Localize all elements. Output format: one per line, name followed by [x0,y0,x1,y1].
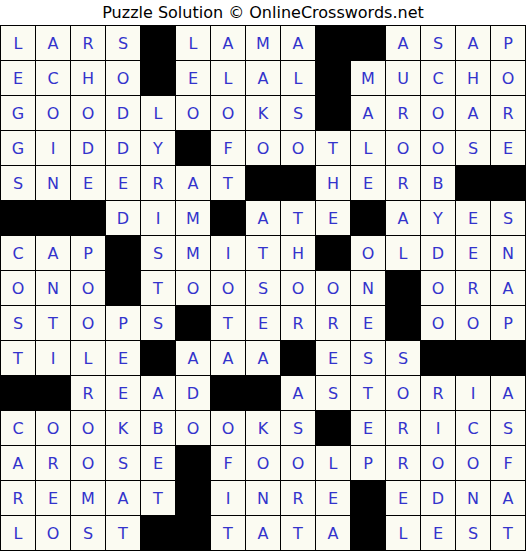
letter-cell: H [71,61,106,96]
letter-cell: R [36,446,71,481]
black-cell [141,516,176,551]
letter-cell: R [71,376,106,411]
letter-cell: F [491,446,526,481]
letter-cell: R [421,376,456,411]
letter-cell: R [456,271,491,306]
black-cell [316,236,351,271]
black-cell [176,516,211,551]
letter-cell: E [351,411,386,446]
letter-cell: L [71,341,106,376]
letter-cell: E [456,201,491,236]
letter-cell: L [316,446,351,481]
black-cell [351,481,386,516]
letter-cell: T [246,236,281,271]
letter-cell: O [456,446,491,481]
letter-cell: O [246,446,281,481]
letter-cell: O [36,516,71,551]
letter-cell: B [421,166,456,201]
letter-cell: D [421,481,456,516]
letter-cell: A [1,446,36,481]
letter-cell: M [246,26,281,61]
letter-cell: R [71,26,106,61]
letter-cell: F [211,131,246,166]
letter-cell: S [281,96,316,131]
letter-cell: A [281,376,316,411]
letter-cell: O [211,96,246,131]
letter-cell: A [176,341,211,376]
letter-cell: A [386,26,421,61]
letter-cell: S [281,411,316,446]
black-cell [36,201,71,236]
letter-cell: O [281,271,316,306]
letter-cell: P [71,236,106,271]
letter-cell: T [281,516,316,551]
letter-cell: O [36,411,71,446]
letter-cell: O [386,131,421,166]
letter-cell: L [141,96,176,131]
letter-cell: I [36,131,71,166]
letter-cell: S [106,446,141,481]
letter-cell: A [491,376,526,411]
letter-cell: T [491,516,526,551]
letter-cell: E [351,166,386,201]
letter-cell: A [246,516,281,551]
letter-cell: O [421,446,456,481]
letter-cell: E [316,341,351,376]
letter-cell: Y [141,131,176,166]
letter-cell: R [281,306,316,341]
letter-cell: S [106,26,141,61]
letter-cell: N [351,271,386,306]
letter-cell: N [36,271,71,306]
letter-cell: E [456,236,491,271]
letter-cell: Y [421,201,456,236]
black-cell [351,516,386,551]
black-cell [176,306,211,341]
black-cell [281,341,316,376]
letter-cell: A [106,481,141,516]
letter-cell: C [1,236,36,271]
page-title: Puzzle Solution © OnlineCrosswords.net [0,0,526,25]
letter-cell: E [316,481,351,516]
letter-cell: F [211,446,246,481]
letter-cell: O [421,96,456,131]
letter-cell: T [106,516,141,551]
letter-cell: O [71,271,106,306]
letter-cell: O [176,271,211,306]
letter-cell: E [106,376,141,411]
letter-cell: N [491,236,526,271]
letter-cell: E [106,166,141,201]
black-cell [351,201,386,236]
letter-cell: T [351,376,386,411]
letter-cell: P [491,26,526,61]
letter-cell: L [176,26,211,61]
letter-cell: R [316,306,351,341]
letter-cell: L [386,236,421,271]
letter-cell: D [421,236,456,271]
letter-cell: E [71,166,106,201]
letter-cell: L [1,516,36,551]
black-cell [386,306,421,341]
black-cell [386,271,421,306]
letter-cell: O [421,306,456,341]
letter-cell: A [36,236,71,271]
letter-cell: T [1,341,36,376]
letter-cell: R [386,96,421,131]
black-cell [246,376,281,411]
letter-cell: I [36,341,71,376]
letter-cell: O [71,446,106,481]
letter-cell: O [281,446,316,481]
letter-cell: S [421,26,456,61]
puzzle-solution-page: Puzzle Solution © OnlineCrosswords.net L… [0,0,526,551]
black-cell [281,166,316,201]
letter-cell: H [456,61,491,96]
letter-cell: T [211,306,246,341]
letter-cell: T [141,271,176,306]
letter-cell: D [106,96,141,131]
letter-cell: R [386,446,421,481]
letter-cell: S [141,306,176,341]
letter-cell: A [211,341,246,376]
black-cell [211,376,246,411]
letter-cell: P [106,306,141,341]
letter-cell: O [386,376,421,411]
letter-cell: O [246,131,281,166]
letter-cell: R [281,481,316,516]
letter-cell: A [176,166,211,201]
letter-cell: O [491,61,526,96]
black-cell [246,166,281,201]
letter-cell: O [351,236,386,271]
letter-cell: A [491,271,526,306]
letter-cell: O [71,411,106,446]
black-cell [351,26,386,61]
letter-cell: A [491,481,526,516]
letter-cell: L [211,61,246,96]
letter-cell: E [386,481,421,516]
letter-cell: E [176,61,211,96]
letter-cell: T [281,201,316,236]
letter-cell: E [1,61,36,96]
letter-cell: H [316,166,351,201]
letter-cell: D [176,376,211,411]
letter-cell: S [491,201,526,236]
letter-cell: I [421,411,456,446]
letter-cell: C [456,411,491,446]
black-cell [106,236,141,271]
black-cell [316,61,351,96]
letter-cell: S [246,271,281,306]
letter-cell: S [316,376,351,411]
letter-cell: O [211,411,246,446]
letter-cell: A [386,201,421,236]
letter-cell: T [211,166,246,201]
letter-cell: S [386,341,421,376]
letter-cell: A [246,341,281,376]
letter-cell: L [281,61,316,96]
black-cell [316,96,351,131]
letter-cell: O [316,271,351,306]
letter-cell: O [421,131,456,166]
letter-cell: D [106,131,141,166]
letter-cell: O [281,131,316,166]
letter-cell: K [246,96,281,131]
black-cell [176,446,211,481]
letter-cell: C [36,61,71,96]
letter-cell: N [36,166,71,201]
letter-cell: S [491,411,526,446]
letter-cell: L [1,26,36,61]
black-cell [176,481,211,516]
letter-cell: A [456,96,491,131]
letter-cell: A [456,26,491,61]
letter-cell: E [491,131,526,166]
letter-cell: M [351,61,386,96]
letter-cell: S [351,341,386,376]
letter-cell: T [211,516,246,551]
letter-cell: S [1,306,36,341]
letter-cell: R [1,481,36,516]
black-cell [421,341,456,376]
letter-cell: O [176,411,211,446]
letter-cell: B [141,411,176,446]
letter-cell: D [71,131,106,166]
black-cell [141,341,176,376]
letter-cell: T [36,306,71,341]
letter-cell: N [246,481,281,516]
letter-cell: E [421,516,456,551]
letter-cell: O [36,96,71,131]
letter-cell: H [281,236,316,271]
black-cell [1,376,36,411]
letter-cell: A [316,516,351,551]
letter-cell: E [246,306,281,341]
letter-cell: R [141,166,176,201]
black-cell [491,341,526,376]
letter-cell: M [176,236,211,271]
black-cell [491,166,526,201]
letter-cell: P [491,306,526,341]
letter-cell: E [141,446,176,481]
letter-cell: G [1,96,36,131]
letter-cell: A [36,26,71,61]
letter-cell: M [176,201,211,236]
black-cell [316,411,351,446]
letter-cell: D [106,201,141,236]
letter-cell: S [71,516,106,551]
letter-cell: G [1,131,36,166]
letter-cell: C [1,411,36,446]
letter-cell: K [246,411,281,446]
black-cell [141,61,176,96]
letter-cell: O [456,306,491,341]
black-cell [316,26,351,61]
letter-cell: O [421,271,456,306]
letter-cell: L [386,516,421,551]
letter-cell: S [1,166,36,201]
letter-cell: A [246,201,281,236]
black-cell [1,201,36,236]
letter-cell: E [106,341,141,376]
letter-cell: T [316,131,351,166]
letter-cell: I [211,236,246,271]
letter-cell: I [211,481,246,516]
letter-cell: R [386,411,421,446]
letter-cell: R [491,96,526,131]
letter-cell: E [36,481,71,516]
letter-cell: I [141,201,176,236]
letter-cell: S [456,516,491,551]
letter-cell: K [106,411,141,446]
letter-cell: O [106,61,141,96]
black-cell [176,131,211,166]
letter-cell: R [386,166,421,201]
letter-cell: P [351,446,386,481]
black-cell [211,201,246,236]
black-cell [141,26,176,61]
black-cell [36,376,71,411]
letter-cell: O [1,271,36,306]
letter-cell: S [141,236,176,271]
black-cell [456,166,491,201]
letter-cell: O [176,96,211,131]
letter-cell: O [211,271,246,306]
letter-cell: M [71,481,106,516]
letter-cell: C [421,61,456,96]
letter-cell: O [71,306,106,341]
black-cell [456,341,491,376]
letter-cell: A [351,96,386,131]
letter-cell: A [211,26,246,61]
letter-cell: E [316,201,351,236]
letter-cell: A [246,61,281,96]
black-cell [106,271,141,306]
letter-cell: E [351,306,386,341]
letter-cell: A [281,26,316,61]
letter-cell: I [456,376,491,411]
letter-cell: L [351,131,386,166]
letter-cell: N [456,481,491,516]
letter-cell: O [71,96,106,131]
letter-cell: T [141,481,176,516]
crossword-grid: LARSLAMAASAPECHOELALMUCHOGOODLOOKSAROARG… [0,25,526,551]
letter-cell: S [456,131,491,166]
letter-cell: A [141,376,176,411]
black-cell [71,201,106,236]
letter-cell: U [386,61,421,96]
